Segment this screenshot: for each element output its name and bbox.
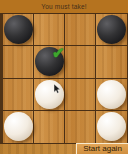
board-cell[interactable] <box>96 46 127 78</box>
black-stone[interactable] <box>97 15 126 44</box>
board-cell[interactable] <box>96 14 127 46</box>
mouse-cursor-icon <box>54 80 61 90</box>
board-cell[interactable] <box>65 111 96 143</box>
board-cell[interactable] <box>65 46 96 78</box>
black-stone[interactable]: ✔ <box>35 47 64 76</box>
start-again-button[interactable]: Start again <box>76 143 128 154</box>
game-board: ✔ <box>0 13 128 144</box>
board-cell[interactable] <box>3 46 34 78</box>
white-stone[interactable] <box>4 112 33 141</box>
game-screen: You must take! ✔ Start again <box>0 0 128 154</box>
black-stone[interactable] <box>4 15 33 44</box>
white-stone[interactable] <box>35 80 64 109</box>
board-cell[interactable]: ✔ <box>34 46 65 78</box>
board-cell[interactable] <box>65 14 96 46</box>
board-cell[interactable] <box>34 14 65 46</box>
board-cell[interactable] <box>34 79 65 111</box>
status-message: You must take! <box>41 0 87 13</box>
selected-check-icon: ✔ <box>52 44 65 62</box>
white-stone[interactable] <box>97 112 126 141</box>
board-cell[interactable] <box>96 79 127 111</box>
board-cell[interactable] <box>96 111 127 143</box>
status-bar: You must take! <box>0 0 128 13</box>
board-cell[interactable] <box>3 14 34 46</box>
board-cell[interactable] <box>34 111 65 143</box>
white-stone[interactable] <box>97 80 126 109</box>
board-cell[interactable] <box>65 79 96 111</box>
board-cell[interactable] <box>3 79 34 111</box>
board-cell[interactable] <box>3 111 34 143</box>
